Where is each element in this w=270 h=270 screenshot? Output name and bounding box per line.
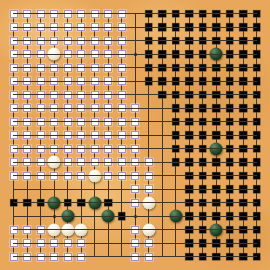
intersection-G9[interactable] xyxy=(88,142,102,156)
intersection-E8[interactable] xyxy=(61,155,75,169)
intersection-D19[interactable] xyxy=(47,7,61,21)
intersection-H3[interactable] xyxy=(101,223,115,237)
intersection-F5[interactable] xyxy=(74,196,88,210)
intersection-A9[interactable] xyxy=(7,142,21,156)
intersection-K13[interactable] xyxy=(128,88,142,102)
intersection-K18[interactable] xyxy=(128,20,142,34)
intersection-B16[interactable] xyxy=(20,47,34,61)
intersection-A10[interactable] xyxy=(7,128,21,142)
intersection-T19[interactable] xyxy=(250,7,264,21)
intersection-K10[interactable] xyxy=(128,128,142,142)
intersection-F12[interactable] xyxy=(74,101,88,115)
intersection-N16[interactable] xyxy=(169,47,183,61)
intersection-T7[interactable] xyxy=(250,169,264,183)
intersection-A11[interactable] xyxy=(7,115,21,129)
intersection-N15[interactable] xyxy=(169,61,183,75)
intersection-G1[interactable] xyxy=(88,250,102,264)
intersection-H17[interactable] xyxy=(101,34,115,48)
intersection-L1[interactable] xyxy=(142,250,156,264)
intersection-M11[interactable] xyxy=(155,115,169,129)
intersection-P1[interactable] xyxy=(196,250,210,264)
intersection-E14[interactable] xyxy=(61,74,75,88)
intersection-F10[interactable] xyxy=(74,128,88,142)
intersection-P10[interactable] xyxy=(196,128,210,142)
intersection-A5[interactable] xyxy=(7,196,21,210)
intersection-A1[interactable] xyxy=(7,250,21,264)
intersection-J5[interactable] xyxy=(115,196,129,210)
intersection-S5[interactable] xyxy=(236,196,250,210)
intersection-F1[interactable] xyxy=(74,250,88,264)
intersection-A12[interactable] xyxy=(7,101,21,115)
intersection-M3[interactable] xyxy=(155,223,169,237)
intersection-M14[interactable] xyxy=(155,74,169,88)
intersection-T1[interactable] xyxy=(250,250,264,264)
intersection-K9[interactable] xyxy=(128,142,142,156)
intersection-P8[interactable] xyxy=(196,155,210,169)
intersection-J1[interactable] xyxy=(115,250,129,264)
intersection-Q12[interactable] xyxy=(209,101,223,115)
intersection-F7[interactable] xyxy=(74,169,88,183)
intersection-A19[interactable] xyxy=(7,7,21,21)
intersection-O8[interactable] xyxy=(182,155,196,169)
intersection-N9[interactable] xyxy=(169,142,183,156)
intersection-L15[interactable] xyxy=(142,61,156,75)
intersection-T11[interactable] xyxy=(250,115,264,129)
intersection-D5[interactable] xyxy=(47,196,61,210)
intersection-J3[interactable] xyxy=(115,223,129,237)
intersection-H5[interactable] xyxy=(101,196,115,210)
intersection-B15[interactable] xyxy=(20,61,34,75)
intersection-J18[interactable] xyxy=(115,20,129,34)
intersection-J16[interactable] xyxy=(115,47,129,61)
intersection-L10[interactable] xyxy=(142,128,156,142)
intersection-S4[interactable] xyxy=(236,209,250,223)
intersection-E11[interactable] xyxy=(61,115,75,129)
intersection-R17[interactable] xyxy=(223,34,237,48)
intersection-S2[interactable] xyxy=(236,236,250,250)
intersection-L16[interactable] xyxy=(142,47,156,61)
intersection-D4[interactable] xyxy=(47,209,61,223)
intersection-F18[interactable] xyxy=(74,20,88,34)
intersection-R7[interactable] xyxy=(223,169,237,183)
intersection-J12[interactable] xyxy=(115,101,129,115)
intersection-G10[interactable] xyxy=(88,128,102,142)
intersection-K12[interactable] xyxy=(128,101,142,115)
intersection-P3[interactable] xyxy=(196,223,210,237)
intersection-A8[interactable] xyxy=(7,155,21,169)
intersection-Q11[interactable] xyxy=(209,115,223,129)
intersection-N18[interactable] xyxy=(169,20,183,34)
intersection-D16[interactable] xyxy=(47,47,61,61)
intersection-O15[interactable] xyxy=(182,61,196,75)
intersection-Q8[interactable] xyxy=(209,155,223,169)
intersection-G15[interactable] xyxy=(88,61,102,75)
intersection-M1[interactable] xyxy=(155,250,169,264)
intersection-N14[interactable] xyxy=(169,74,183,88)
intersection-H11[interactable] xyxy=(101,115,115,129)
intersection-Q1[interactable] xyxy=(209,250,223,264)
intersection-B7[interactable] xyxy=(20,169,34,183)
intersection-M2[interactable] xyxy=(155,236,169,250)
intersection-F16[interactable] xyxy=(74,47,88,61)
intersection-P14[interactable] xyxy=(196,74,210,88)
intersection-E3[interactable] xyxy=(61,223,75,237)
intersection-G6[interactable] xyxy=(88,182,102,196)
intersection-J17[interactable] xyxy=(115,34,129,48)
intersection-S9[interactable] xyxy=(236,142,250,156)
intersection-G3[interactable] xyxy=(88,223,102,237)
intersection-L5[interactable] xyxy=(142,196,156,210)
intersection-S7[interactable] xyxy=(236,169,250,183)
intersection-C8[interactable] xyxy=(34,155,48,169)
intersection-Q4[interactable] xyxy=(209,209,223,223)
intersection-B11[interactable] xyxy=(20,115,34,129)
intersection-J2[interactable] xyxy=(115,236,129,250)
intersection-K11[interactable] xyxy=(128,115,142,129)
intersection-D10[interactable] xyxy=(47,128,61,142)
intersection-P7[interactable] xyxy=(196,169,210,183)
intersection-J4[interactable] xyxy=(115,209,129,223)
intersection-P16[interactable] xyxy=(196,47,210,61)
intersection-S14[interactable] xyxy=(236,74,250,88)
intersection-H14[interactable] xyxy=(101,74,115,88)
intersection-M19[interactable] xyxy=(155,7,169,21)
intersection-S17[interactable] xyxy=(236,34,250,48)
intersection-L17[interactable] xyxy=(142,34,156,48)
intersection-B3[interactable] xyxy=(20,223,34,237)
intersection-T2[interactable] xyxy=(250,236,264,250)
intersection-B18[interactable] xyxy=(20,20,34,34)
intersection-S19[interactable] xyxy=(236,7,250,21)
intersection-M18[interactable] xyxy=(155,20,169,34)
intersection-S1[interactable] xyxy=(236,250,250,264)
intersection-N17[interactable] xyxy=(169,34,183,48)
intersection-F2[interactable] xyxy=(74,236,88,250)
intersection-F8[interactable] xyxy=(74,155,88,169)
intersection-T17[interactable] xyxy=(250,34,264,48)
intersection-R18[interactable] xyxy=(223,20,237,34)
intersection-E16[interactable] xyxy=(61,47,75,61)
intersection-C11[interactable] xyxy=(34,115,48,129)
intersection-B17[interactable] xyxy=(20,34,34,48)
intersection-A3[interactable] xyxy=(7,223,21,237)
intersection-E5[interactable] xyxy=(61,196,75,210)
intersection-S3[interactable] xyxy=(236,223,250,237)
intersection-A16[interactable] xyxy=(7,47,21,61)
intersection-Q16[interactable] xyxy=(209,47,223,61)
intersection-L8[interactable] xyxy=(142,155,156,169)
intersection-R9[interactable] xyxy=(223,142,237,156)
intersection-D9[interactable] xyxy=(47,142,61,156)
intersection-B2[interactable] xyxy=(20,236,34,250)
intersection-R13[interactable] xyxy=(223,88,237,102)
intersection-R1[interactable] xyxy=(223,250,237,264)
intersection-R2[interactable] xyxy=(223,236,237,250)
intersection-O9[interactable] xyxy=(182,142,196,156)
intersection-K7[interactable] xyxy=(128,169,142,183)
intersection-E10[interactable] xyxy=(61,128,75,142)
intersection-N2[interactable] xyxy=(169,236,183,250)
intersection-M17[interactable] xyxy=(155,34,169,48)
intersection-A18[interactable] xyxy=(7,20,21,34)
intersection-K6[interactable] xyxy=(128,182,142,196)
intersection-C10[interactable] xyxy=(34,128,48,142)
intersection-A13[interactable] xyxy=(7,88,21,102)
intersection-E1[interactable] xyxy=(61,250,75,264)
intersection-A17[interactable] xyxy=(7,34,21,48)
intersection-L4[interactable] xyxy=(142,209,156,223)
intersection-Q9[interactable] xyxy=(209,142,223,156)
intersection-K2[interactable] xyxy=(128,236,142,250)
intersection-D13[interactable] xyxy=(47,88,61,102)
intersection-M5[interactable] xyxy=(155,196,169,210)
intersection-T4[interactable] xyxy=(250,209,264,223)
intersection-J15[interactable] xyxy=(115,61,129,75)
intersection-T3[interactable] xyxy=(250,223,264,237)
intersection-Q18[interactable] xyxy=(209,20,223,34)
intersection-M15[interactable] xyxy=(155,61,169,75)
intersection-G19[interactable] xyxy=(88,7,102,21)
intersection-D6[interactable] xyxy=(47,182,61,196)
intersection-L2[interactable] xyxy=(142,236,156,250)
intersection-C14[interactable] xyxy=(34,74,48,88)
intersection-L19[interactable] xyxy=(142,7,156,21)
intersection-G16[interactable] xyxy=(88,47,102,61)
intersection-H13[interactable] xyxy=(101,88,115,102)
intersection-T14[interactable] xyxy=(250,74,264,88)
intersection-M10[interactable] xyxy=(155,128,169,142)
intersection-M9[interactable] xyxy=(155,142,169,156)
intersection-N13[interactable] xyxy=(169,88,183,102)
intersection-Q13[interactable] xyxy=(209,88,223,102)
intersection-B9[interactable] xyxy=(20,142,34,156)
intersection-P9[interactable] xyxy=(196,142,210,156)
intersection-F6[interactable] xyxy=(74,182,88,196)
intersection-J8[interactable] xyxy=(115,155,129,169)
intersection-L14[interactable] xyxy=(142,74,156,88)
intersection-C4[interactable] xyxy=(34,209,48,223)
intersection-Q2[interactable] xyxy=(209,236,223,250)
intersection-N10[interactable] xyxy=(169,128,183,142)
intersection-K3[interactable] xyxy=(128,223,142,237)
intersection-D18[interactable] xyxy=(47,20,61,34)
intersection-H12[interactable] xyxy=(101,101,115,115)
intersection-S10[interactable] xyxy=(236,128,250,142)
intersection-Q14[interactable] xyxy=(209,74,223,88)
intersection-Q19[interactable] xyxy=(209,7,223,21)
intersection-E15[interactable] xyxy=(61,61,75,75)
intersection-F9[interactable] xyxy=(74,142,88,156)
intersection-P19[interactable] xyxy=(196,7,210,21)
intersection-N19[interactable] xyxy=(169,7,183,21)
intersection-O3[interactable] xyxy=(182,223,196,237)
intersection-N12[interactable] xyxy=(169,101,183,115)
intersection-D15[interactable] xyxy=(47,61,61,75)
intersection-A4[interactable] xyxy=(7,209,21,223)
intersection-L18[interactable] xyxy=(142,20,156,34)
intersection-E13[interactable] xyxy=(61,88,75,102)
intersection-E9[interactable] xyxy=(61,142,75,156)
intersection-F11[interactable] xyxy=(74,115,88,129)
intersection-P2[interactable] xyxy=(196,236,210,250)
intersection-K15[interactable] xyxy=(128,61,142,75)
intersection-O1[interactable] xyxy=(182,250,196,264)
intersection-O11[interactable] xyxy=(182,115,196,129)
intersection-P18[interactable] xyxy=(196,20,210,34)
intersection-T18[interactable] xyxy=(250,20,264,34)
intersection-G7[interactable] xyxy=(88,169,102,183)
intersection-R15[interactable] xyxy=(223,61,237,75)
intersection-B8[interactable] xyxy=(20,155,34,169)
intersection-D12[interactable] xyxy=(47,101,61,115)
intersection-S15[interactable] xyxy=(236,61,250,75)
intersection-F13[interactable] xyxy=(74,88,88,102)
intersection-D2[interactable] xyxy=(47,236,61,250)
intersection-F14[interactable] xyxy=(74,74,88,88)
intersection-N4[interactable] xyxy=(169,209,183,223)
intersection-P5[interactable] xyxy=(196,196,210,210)
intersection-L11[interactable] xyxy=(142,115,156,129)
intersection-F3[interactable] xyxy=(74,223,88,237)
intersection-B13[interactable] xyxy=(20,88,34,102)
intersection-H16[interactable] xyxy=(101,47,115,61)
intersection-T15[interactable] xyxy=(250,61,264,75)
intersection-D3[interactable] xyxy=(47,223,61,237)
intersection-T12[interactable] xyxy=(250,101,264,115)
intersection-B12[interactable] xyxy=(20,101,34,115)
intersection-M6[interactable] xyxy=(155,182,169,196)
intersection-G17[interactable] xyxy=(88,34,102,48)
intersection-P15[interactable] xyxy=(196,61,210,75)
intersection-L12[interactable] xyxy=(142,101,156,115)
intersection-R5[interactable] xyxy=(223,196,237,210)
intersection-B14[interactable] xyxy=(20,74,34,88)
intersection-J7[interactable] xyxy=(115,169,129,183)
intersection-O18[interactable] xyxy=(182,20,196,34)
intersection-A15[interactable] xyxy=(7,61,21,75)
intersection-S12[interactable] xyxy=(236,101,250,115)
intersection-R6[interactable] xyxy=(223,182,237,196)
intersection-P13[interactable] xyxy=(196,88,210,102)
intersection-N3[interactable] xyxy=(169,223,183,237)
intersection-F15[interactable] xyxy=(74,61,88,75)
intersection-N1[interactable] xyxy=(169,250,183,264)
intersection-O2[interactable] xyxy=(182,236,196,250)
intersection-L7[interactable] xyxy=(142,169,156,183)
intersection-P6[interactable] xyxy=(196,182,210,196)
intersection-J6[interactable] xyxy=(115,182,129,196)
intersection-N5[interactable] xyxy=(169,196,183,210)
intersection-M13[interactable] xyxy=(155,88,169,102)
intersection-D1[interactable] xyxy=(47,250,61,264)
intersection-R10[interactable] xyxy=(223,128,237,142)
intersection-M7[interactable] xyxy=(155,169,169,183)
intersection-H8[interactable] xyxy=(101,155,115,169)
intersection-T13[interactable] xyxy=(250,88,264,102)
intersection-L13[interactable] xyxy=(142,88,156,102)
intersection-C17[interactable] xyxy=(34,34,48,48)
intersection-O10[interactable] xyxy=(182,128,196,142)
intersection-C12[interactable] xyxy=(34,101,48,115)
intersection-K8[interactable] xyxy=(128,155,142,169)
intersection-S6[interactable] xyxy=(236,182,250,196)
intersection-H7[interactable] xyxy=(101,169,115,183)
intersection-A6[interactable] xyxy=(7,182,21,196)
intersection-O7[interactable] xyxy=(182,169,196,183)
intersection-R12[interactable] xyxy=(223,101,237,115)
intersection-M4[interactable] xyxy=(155,209,169,223)
intersection-S16[interactable] xyxy=(236,47,250,61)
intersection-C18[interactable] xyxy=(34,20,48,34)
intersection-B6[interactable] xyxy=(20,182,34,196)
intersection-T6[interactable] xyxy=(250,182,264,196)
intersection-E17[interactable] xyxy=(61,34,75,48)
intersection-O19[interactable] xyxy=(182,7,196,21)
intersection-O4[interactable] xyxy=(182,209,196,223)
intersection-G8[interactable] xyxy=(88,155,102,169)
intersection-N6[interactable] xyxy=(169,182,183,196)
intersection-E7[interactable] xyxy=(61,169,75,183)
intersection-C7[interactable] xyxy=(34,169,48,183)
intersection-C9[interactable] xyxy=(34,142,48,156)
intersection-O6[interactable] xyxy=(182,182,196,196)
intersection-B5[interactable] xyxy=(20,196,34,210)
intersection-C2[interactable] xyxy=(34,236,48,250)
intersection-P11[interactable] xyxy=(196,115,210,129)
intersection-G4[interactable] xyxy=(88,209,102,223)
intersection-Q15[interactable] xyxy=(209,61,223,75)
intersection-S18[interactable] xyxy=(236,20,250,34)
intersection-D14[interactable] xyxy=(47,74,61,88)
intersection-N11[interactable] xyxy=(169,115,183,129)
intersection-M16[interactable] xyxy=(155,47,169,61)
intersection-C1[interactable] xyxy=(34,250,48,264)
intersection-C3[interactable] xyxy=(34,223,48,237)
intersection-R11[interactable] xyxy=(223,115,237,129)
intersection-S11[interactable] xyxy=(236,115,250,129)
intersection-A2[interactable] xyxy=(7,236,21,250)
intersection-P12[interactable] xyxy=(196,101,210,115)
intersection-C5[interactable] xyxy=(34,196,48,210)
intersection-Q7[interactable] xyxy=(209,169,223,183)
intersection-K17[interactable] xyxy=(128,34,142,48)
intersection-O13[interactable] xyxy=(182,88,196,102)
intersection-G2[interactable] xyxy=(88,236,102,250)
intersection-C13[interactable] xyxy=(34,88,48,102)
intersection-D8[interactable] xyxy=(47,155,61,169)
intersection-C19[interactable] xyxy=(34,7,48,21)
intersection-E6[interactable] xyxy=(61,182,75,196)
intersection-F17[interactable] xyxy=(74,34,88,48)
intersection-N7[interactable] xyxy=(169,169,183,183)
intersection-C16[interactable] xyxy=(34,47,48,61)
intersection-H9[interactable] xyxy=(101,142,115,156)
intersection-B4[interactable] xyxy=(20,209,34,223)
intersection-E4[interactable] xyxy=(61,209,75,223)
intersection-G12[interactable] xyxy=(88,101,102,115)
intersection-H6[interactable] xyxy=(101,182,115,196)
intersection-E19[interactable] xyxy=(61,7,75,21)
intersection-P4[interactable] xyxy=(196,209,210,223)
intersection-M12[interactable] xyxy=(155,101,169,115)
intersection-H19[interactable] xyxy=(101,7,115,21)
intersection-H15[interactable] xyxy=(101,61,115,75)
intersection-K16[interactable] xyxy=(128,47,142,61)
intersection-R19[interactable] xyxy=(223,7,237,21)
intersection-C15[interactable] xyxy=(34,61,48,75)
intersection-O16[interactable] xyxy=(182,47,196,61)
intersection-G5[interactable] xyxy=(88,196,102,210)
